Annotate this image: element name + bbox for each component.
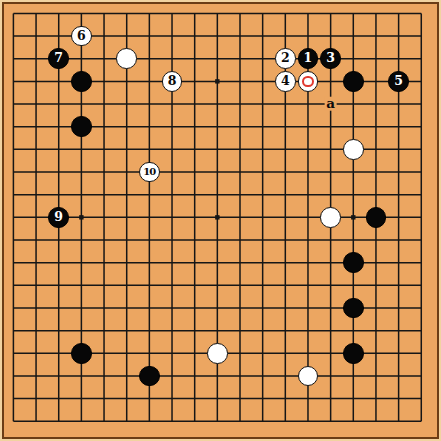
move-number: 7 (54, 52, 63, 65)
stone-white-move-4: 4 (275, 71, 296, 92)
stone-black (343, 298, 364, 319)
move-number: 2 (281, 52, 290, 65)
stone-black-move-9: 9 (48, 207, 69, 228)
stone-white (343, 139, 364, 160)
move-number: 10 (143, 167, 155, 177)
star-point (351, 215, 355, 219)
stone-black (71, 71, 92, 92)
stone-black-move-5: 5 (388, 71, 409, 92)
stone-white-circled (298, 71, 319, 92)
move-number: 6 (77, 29, 86, 42)
stone-black (71, 116, 92, 137)
stone-black (366, 207, 387, 228)
move-number: 8 (168, 75, 177, 88)
move-number: 5 (394, 75, 403, 88)
stone-black (139, 366, 160, 387)
star-point (79, 215, 83, 219)
stone-black-move-3: 3 (320, 48, 341, 69)
move-number: 4 (281, 75, 290, 88)
move-number: 9 (54, 211, 63, 224)
stone-white-move-2: 2 (275, 48, 296, 69)
move-number: 1 (304, 52, 313, 65)
stone-white (116, 48, 137, 69)
star-point (215, 79, 219, 83)
go-board[interactable]: 12345678910a (2, 2, 439, 439)
star-point (215, 215, 219, 219)
stone-white-move-10: 10 (139, 162, 160, 183)
stone-black (71, 343, 92, 364)
circle-marker-icon (302, 76, 314, 88)
stone-black-move-7: 7 (48, 48, 69, 69)
stone-white (207, 343, 228, 364)
stone-black (343, 71, 364, 92)
stone-white (320, 207, 341, 228)
stone-black-move-1: 1 (298, 48, 319, 69)
stone-black (343, 343, 364, 364)
stone-white-move-6: 6 (71, 26, 92, 47)
move-number: 3 (326, 52, 335, 65)
stone-black (343, 252, 364, 273)
stone-white-move-8: 8 (162, 71, 183, 92)
point-label-a: a (324, 97, 337, 111)
